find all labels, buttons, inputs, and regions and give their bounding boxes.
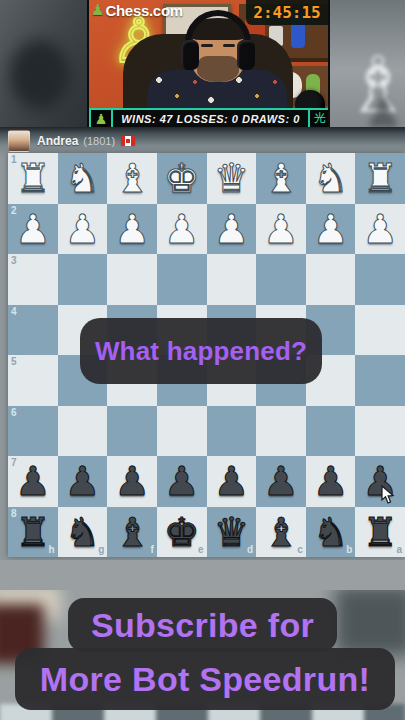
square-f2[interactable]: ♟ (107, 204, 157, 255)
banner-brand-icon: 光 (308, 110, 330, 127)
rank-label: 7 (11, 458, 17, 468)
square-h3[interactable]: 3 (8, 254, 58, 305)
square-d8[interactable]: d♛ (207, 507, 257, 558)
piece-white-pawn[interactable]: ♟ (65, 206, 101, 252)
piece-black-bishop[interactable]: ♝ (263, 509, 299, 555)
square-c6[interactable] (256, 406, 306, 457)
square-d6[interactable] (207, 406, 257, 457)
piece-white-pawn[interactable]: ♟ (263, 206, 299, 252)
score-banner-text: WINS: 47 LOSSES: 0 DRAWS: 0 (113, 110, 308, 125)
opponent-avatar[interactable] (8, 130, 30, 152)
headphone-cup-right (237, 40, 255, 70)
subscribe-text-line2: More Bot Speedrun! (40, 660, 370, 699)
chesscom-logo: ♟ Chess.com (91, 1, 183, 19)
piece-black-pawn[interactable]: ♟ (313, 458, 349, 504)
headphone-cup-left (181, 40, 199, 70)
square-f3[interactable] (107, 254, 157, 305)
square-b3[interactable] (306, 254, 356, 305)
blurred-background-left (0, 0, 88, 127)
caption-text: What happened? (95, 336, 307, 367)
rank-label: 3 (11, 256, 17, 266)
square-a6[interactable] (355, 406, 405, 457)
piece-black-pawn[interactable]: ♟ (213, 458, 249, 504)
file-label: h (49, 545, 55, 555)
blurred-background-right: ♗ ♟ (330, 0, 405, 127)
square-g8[interactable]: g♞ (58, 507, 108, 558)
piece-black-knight[interactable]: ♞ (313, 509, 349, 555)
square-g6[interactable] (58, 406, 108, 457)
stream-timer: 2:45:15 (246, 0, 328, 25)
piece-white-knight[interactable]: ♞ (65, 155, 101, 201)
score-banner: ♟ WINS: 47 LOSSES: 0 DRAWS: 0 光 (89, 108, 330, 127)
file-label: d (247, 545, 253, 555)
square-e7[interactable]: ♟ (157, 456, 207, 507)
mouse-cursor (381, 485, 397, 505)
piece-black-rook[interactable]: ♜ (15, 509, 51, 555)
subscribe-text-line1: Subscribe for (91, 606, 314, 645)
file-label: c (297, 545, 303, 555)
square-d2[interactable]: ♟ (207, 204, 257, 255)
square-a4[interactable] (355, 305, 405, 356)
square-f6[interactable] (107, 406, 157, 457)
square-d3[interactable] (207, 254, 257, 305)
piece-white-rook[interactable]: ♜ (15, 155, 51, 201)
square-h6[interactable]: 6 (8, 406, 58, 457)
piece-black-bishop[interactable]: ♝ (114, 509, 150, 555)
webcam-feed: ♙ ♟ Chess.co (87, 0, 330, 127)
piece-white-pawn[interactable]: ♟ (313, 206, 349, 252)
rank-label: 8 (11, 509, 17, 519)
file-label: b (346, 545, 352, 555)
square-b8[interactable]: b♞ (306, 507, 356, 558)
chesscom-logo-text: Chess.com (105, 2, 182, 19)
square-e8[interactable]: e♚ (157, 507, 207, 558)
blur-blob-dark (335, 590, 405, 656)
canada-flag-icon (121, 136, 135, 146)
chesscom-pawn-icon: ♟ (91, 1, 104, 19)
square-a1[interactable]: ♜ (355, 153, 405, 204)
square-b6[interactable] (306, 406, 356, 457)
file-label: a (396, 545, 402, 555)
square-g2[interactable]: ♟ (58, 204, 108, 255)
stream-timer-value: 2:45:15 (253, 3, 320, 22)
file-label: e (198, 545, 204, 555)
square-f8[interactable]: f♝ (107, 507, 157, 558)
piece-white-bishop[interactable]: ♝ (263, 155, 299, 201)
square-h7[interactable]: 7♟ (8, 456, 58, 507)
piece-white-rook[interactable]: ♜ (362, 155, 398, 201)
blurred-black-piece: ♟ (364, 86, 403, 127)
piece-white-pawn[interactable]: ♟ (15, 206, 51, 252)
rank-label: 4 (11, 307, 17, 317)
piece-black-knight[interactable]: ♞ (65, 509, 101, 555)
piece-black-pawn[interactable]: ♟ (15, 458, 51, 504)
subscribe-box-line1: Subscribe for (68, 598, 337, 652)
square-h4[interactable]: 4 (8, 305, 58, 356)
square-f1[interactable]: ♝ (107, 153, 157, 204)
square-h2[interactable]: 2♟ (8, 204, 58, 255)
square-a5[interactable] (355, 355, 405, 406)
rank-label: 5 (11, 357, 17, 367)
opponent-name[interactable]: Andrea (37, 134, 78, 148)
piece-black-pawn[interactable]: ♟ (263, 458, 299, 504)
square-a3[interactable] (355, 254, 405, 305)
piece-white-knight[interactable]: ♞ (313, 155, 349, 201)
piece-black-pawn[interactable]: ♟ (114, 458, 150, 504)
rank-label: 6 (11, 408, 17, 418)
square-f7[interactable]: ♟ (107, 456, 157, 507)
square-b7[interactable]: ♟ (306, 456, 356, 507)
square-e3[interactable] (157, 254, 207, 305)
piece-white-pawn[interactable]: ♟ (213, 206, 249, 252)
square-e6[interactable] (157, 406, 207, 457)
piece-white-pawn[interactable]: ♟ (164, 206, 200, 252)
square-a2[interactable]: ♟ (355, 204, 405, 255)
piece-white-bishop[interactable]: ♝ (114, 155, 150, 201)
square-g7[interactable]: ♟ (58, 456, 108, 507)
square-h1[interactable]: 1♜ (8, 153, 58, 204)
square-e1[interactable]: ♚ (157, 153, 207, 204)
chess-app-section: Andrea (1801) 1♜♞♝♚♛♝♞♜2♟♟♟♟♟♟♟♟34567♟♟♟… (0, 127, 405, 590)
piece-white-king[interactable]: ♚ (164, 155, 200, 201)
piece-black-pawn[interactable]: ♟ (65, 458, 101, 504)
piece-white-pawn[interactable]: ♟ (362, 206, 398, 252)
square-b2[interactable]: ♟ (306, 204, 356, 255)
square-h8[interactable]: 8h♜ (8, 507, 58, 558)
square-c8[interactable]: c♝ (256, 507, 306, 558)
square-b1[interactable]: ♞ (306, 153, 356, 204)
square-g1[interactable]: ♞ (58, 153, 108, 204)
file-label: f (151, 545, 154, 555)
square-e2[interactable]: ♟ (157, 204, 207, 255)
stream-video: ♗ ♟ ♙ (0, 0, 405, 127)
rank-label: 1 (11, 155, 17, 165)
opponent-row: Andrea (1801) (8, 130, 139, 152)
square-a8[interactable]: a♜ (355, 507, 405, 558)
square-c7[interactable]: ♟ (256, 456, 306, 507)
file-label: g (98, 545, 104, 555)
piece-black-pawn[interactable]: ♟ (164, 458, 200, 504)
piece-white-pawn[interactable]: ♟ (114, 206, 150, 252)
subscribe-box-line2: More Bot Speedrun! (15, 648, 395, 710)
piece-white-queen[interactable]: ♛ (213, 155, 249, 201)
shorts-frame: ♗ ♟ ♙ (0, 0, 405, 720)
square-c1[interactable]: ♝ (256, 153, 306, 204)
rank-label: 2 (11, 206, 17, 216)
banner-pawn-icon: ♟ (89, 110, 113, 127)
square-c3[interactable] (256, 254, 306, 305)
streamer-beard (197, 56, 239, 82)
square-d1[interactable]: ♛ (207, 153, 257, 204)
bottom-strip: Subscribe for More Bot Speedrun! (0, 590, 405, 720)
square-c2[interactable]: ♟ (256, 204, 306, 255)
square-g3[interactable] (58, 254, 108, 305)
square-h5[interactable]: 5 (8, 355, 58, 406)
square-d7[interactable]: ♟ (207, 456, 257, 507)
piece-black-rook[interactable]: ♜ (362, 509, 398, 555)
piece-black-queen[interactable]: ♛ (213, 509, 249, 555)
caption-overlay: What happened? (80, 318, 322, 384)
opponent-rating: (1801) (83, 135, 115, 147)
piece-black-king[interactable]: ♚ (164, 509, 200, 555)
